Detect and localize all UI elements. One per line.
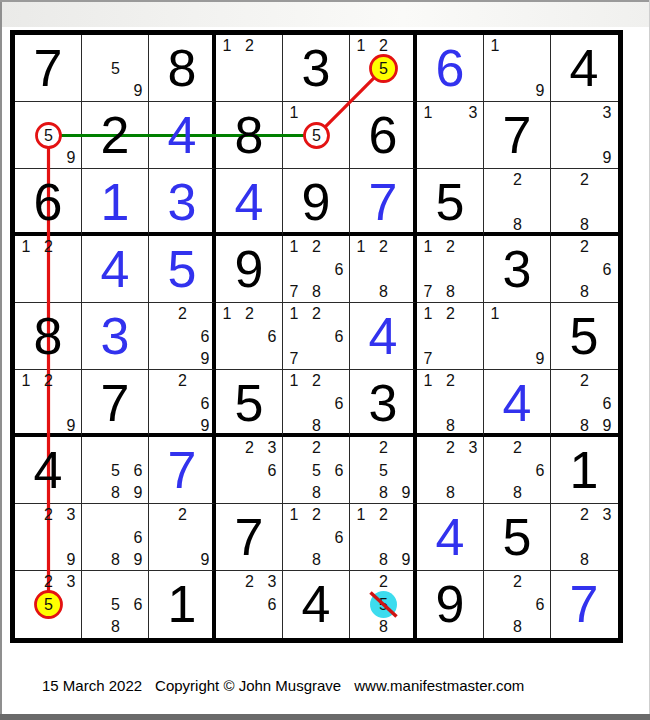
cell-r6c2[interactable]: 7 <box>82 370 149 437</box>
pencil-mark: 8 <box>373 281 395 303</box>
pencil-mark: 1 <box>350 504 372 526</box>
given-digit: 5 <box>216 370 282 437</box>
cell-r8c7[interactable]: 4 <box>417 504 484 571</box>
pencil-mark: 6 <box>328 259 350 281</box>
cell-r6c7[interactable]: 128 <box>417 370 484 437</box>
cell-r5c5[interactable]: 1267 <box>283 303 350 370</box>
sudoku-app: 7598123125619459248156137396134975282812… <box>0 0 650 720</box>
pencil-mark: 6 <box>194 393 216 415</box>
cell-r9c2[interactable]: 568 <box>82 571 149 638</box>
given-digit: 7 <box>216 504 282 571</box>
pencil-mark: 2 <box>373 504 395 526</box>
pencil-mark: 5 <box>105 460 127 482</box>
pencil-mark: 8 <box>306 482 328 504</box>
given-digit: 2 <box>82 102 148 169</box>
cell-r4c3[interactable]: 5 <box>149 236 216 303</box>
pencil-mark: 2 <box>172 303 194 325</box>
cell-r5c8[interactable]: 19 <box>484 303 551 370</box>
pencil-mark: 1 <box>283 504 305 526</box>
footer: 15 March 2022 Copyright © John Musgrave … <box>42 677 642 694</box>
pencil-mark: 5 <box>306 125 328 147</box>
pencil-mark: 6 <box>261 460 283 482</box>
given-digit: 4 <box>551 35 617 102</box>
cell-r3c4[interactable]: 4 <box>216 169 283 236</box>
pencil-mark: 1 <box>417 370 439 392</box>
pencil-mark: 2 <box>306 504 328 526</box>
pencil-mark: 9 <box>127 80 149 102</box>
cell-r6c4[interactable]: 5 <box>216 370 283 437</box>
cell-r3c1[interactable]: 6 <box>15 169 82 236</box>
pencil-mark: 2 <box>574 169 596 191</box>
cell-r2c7[interactable]: 13 <box>417 102 484 169</box>
pencil-mark: 8 <box>574 415 596 437</box>
cell-r7c6[interactable]: 2589 <box>350 437 417 504</box>
pencil-mark: 9 <box>529 80 551 102</box>
given-digit: 1 <box>551 437 617 504</box>
cell-r9c7[interactable]: 9 <box>417 571 484 638</box>
pencil-mark: 8 <box>306 281 328 303</box>
pencil-mark: 2 <box>574 370 596 392</box>
pencil-mark: 6 <box>194 326 216 348</box>
pencil-mark: 8 <box>440 281 462 303</box>
cell-r4c1[interactable]: 12 <box>15 236 82 303</box>
pencil-mark: 3 <box>462 437 484 459</box>
cell-r5c2[interactable]: 3 <box>82 303 149 370</box>
pencil-mark: 2 <box>507 571 529 593</box>
pencil-mark: 2 <box>373 571 395 593</box>
cell-r6c3[interactable]: 269 <box>149 370 216 437</box>
pencil-mark: 2 <box>574 236 596 258</box>
solved-digit: 5 <box>149 236 215 303</box>
pencil-mark: 9 <box>194 415 216 437</box>
pencil-mark: 2 <box>440 437 462 459</box>
given-digit: 9 <box>283 169 349 236</box>
pencil-mark: 2 <box>306 303 328 325</box>
cell-r1c5[interactable]: 3 <box>283 35 350 102</box>
pencil-mark: 2 <box>38 504 60 526</box>
pencil-mark: 2 <box>239 437 261 459</box>
solved-digit: 6 <box>417 35 483 102</box>
cell-r9c4[interactable]: 236 <box>216 571 283 638</box>
pencil-mark: 9 <box>194 549 216 571</box>
pencil-mark: 2 <box>172 370 194 392</box>
pencil-mark: 3 <box>261 437 283 459</box>
pencil-mark: 2 <box>373 35 395 57</box>
pencil-mark: 2 <box>239 571 261 593</box>
solved-digit: 4 <box>82 236 148 303</box>
pencil-mark: 2 <box>440 236 462 258</box>
pencil-mark: 2 <box>38 370 60 392</box>
pencil-mark: 1 <box>15 370 37 392</box>
cell-r4c9[interactable]: 268 <box>551 236 618 303</box>
pencil-mark: 8 <box>306 415 328 437</box>
solved-digit: 3 <box>149 169 215 236</box>
cell-r9c3[interactable]: 1 <box>149 571 216 638</box>
given-digit: 9 <box>216 236 282 303</box>
given-digit: 7 <box>15 35 81 102</box>
pencil-mark: 8 <box>105 616 127 638</box>
cell-r9c6[interactable]: 258 <box>350 571 417 638</box>
pencil-mark: 6 <box>529 460 551 482</box>
sudoku-grid: 7598123125619459248156137396134975282812… <box>10 30 623 643</box>
solved-digit: 1 <box>82 169 148 236</box>
given-digit: 3 <box>283 35 349 102</box>
pencil-mark: 3 <box>596 102 618 124</box>
solved-digit: 4 <box>149 102 215 169</box>
cell-r3c7[interactable]: 5 <box>417 169 484 236</box>
pencil-mark: 6 <box>328 527 350 549</box>
window-edge-left <box>0 0 2 720</box>
solved-digit: 4 <box>350 303 416 370</box>
pencil-mark: 2 <box>38 571 60 593</box>
cell-r1c7[interactable]: 6 <box>417 35 484 102</box>
cell-r3c2[interactable]: 1 <box>82 169 149 236</box>
pencil-mark: 8 <box>440 482 462 504</box>
cell-r7c2[interactable]: 5689 <box>82 437 149 504</box>
pencil-mark: 6 <box>127 527 149 549</box>
pencil-mark: 2 <box>440 303 462 325</box>
pencil-mark: 8 <box>507 482 529 504</box>
given-digit: 1 <box>149 571 215 638</box>
pencil-mark: 3 <box>60 571 82 593</box>
cell-r9c9[interactable]: 7 <box>551 571 618 638</box>
solved-digit: 7 <box>149 437 215 504</box>
given-digit: 9 <box>417 571 483 638</box>
window-edge-top <box>0 0 650 2</box>
given-digit: 8 <box>149 35 215 102</box>
given-digit: 5 <box>417 169 483 236</box>
pencil-mark: 2 <box>306 370 328 392</box>
cell-r1c1[interactable]: 7 <box>15 35 82 102</box>
solved-digit: 7 <box>551 571 617 638</box>
pencil-mark: 6 <box>328 460 350 482</box>
cell-r4c2[interactable]: 4 <box>82 236 149 303</box>
given-digit: 3 <box>350 370 416 437</box>
pencil-mark: 2 <box>306 437 328 459</box>
pencil-mark: 3 <box>60 504 82 526</box>
pencil-mark: 6 <box>596 259 618 281</box>
cell-r3c8[interactable]: 28 <box>484 169 551 236</box>
pencil-mark: 9 <box>395 482 417 504</box>
given-digit: 3 <box>484 236 550 303</box>
pencil-mark: 9 <box>395 549 417 571</box>
window-edge-bottom <box>0 714 650 720</box>
footer-website: www.manifestmaster.com <box>354 677 524 694</box>
cell-r5c9[interactable]: 5 <box>551 303 618 370</box>
pencil-mark: 8 <box>373 616 395 638</box>
pencil-mark: 2 <box>306 236 328 258</box>
pencil-mark: 8 <box>574 549 596 571</box>
solved-digit: 4 <box>484 370 550 437</box>
cell-r3c5[interactable]: 9 <box>283 169 350 236</box>
pencil-mark: 2 <box>507 169 529 191</box>
pencil-mark: 6 <box>596 393 618 415</box>
cell-r2c5[interactable]: 15 <box>283 102 350 169</box>
cell-r7c5[interactable]: 2568 <box>283 437 350 504</box>
pencil-mark: 5 <box>105 594 127 616</box>
cell-r3c6[interactable]: 7 <box>350 169 417 236</box>
pencil-mark: 2 <box>373 236 395 258</box>
cell-r1c9[interactable]: 4 <box>551 35 618 102</box>
pencil-mark: 9 <box>60 549 82 571</box>
pencil-mark: 2 <box>239 35 261 57</box>
cell-r3c3[interactable]: 3 <box>149 169 216 236</box>
cell-r4c5[interactable]: 12678 <box>283 236 350 303</box>
pencil-mark: 1 <box>216 35 238 57</box>
cell-r8c5[interactable]: 1268 <box>283 504 350 571</box>
pencil-mark: 9 <box>60 147 82 169</box>
cell-r7c4[interactable]: 236 <box>216 437 283 504</box>
pencil-mark: 7 <box>283 281 305 303</box>
pencil-mark: 8 <box>373 549 395 571</box>
pencil-mark: 3 <box>261 571 283 593</box>
cell-r5c1[interactable]: 8 <box>15 303 82 370</box>
given-digit: 5 <box>484 504 550 571</box>
pencil-mark: 7 <box>417 348 439 370</box>
pencil-mark: 9 <box>127 482 149 504</box>
pencil-mark: 6 <box>127 594 149 616</box>
cell-r2c9[interactable]: 39 <box>551 102 618 169</box>
cell-r8c9[interactable]: 238 <box>551 504 618 571</box>
pencil-mark: 9 <box>596 415 618 437</box>
pencil-mark: 1 <box>283 102 305 124</box>
pencil-mark: 1 <box>484 35 506 57</box>
cell-r4c8[interactable]: 3 <box>484 236 551 303</box>
pencil-mark: 1 <box>283 236 305 258</box>
pencil-mark: 5 <box>38 125 60 147</box>
pencil-mark: 8 <box>507 214 529 236</box>
title-bar <box>0 0 650 27</box>
pencil-mark: 8 <box>105 549 127 571</box>
pencil-mark: 6 <box>328 326 350 348</box>
cell-r2c2[interactable]: 2 <box>82 102 149 169</box>
cell-r4c7[interactable]: 1278 <box>417 236 484 303</box>
cell-r8c1[interactable]: 239 <box>15 504 82 571</box>
cell-r5c3[interactable]: 269 <box>149 303 216 370</box>
cell-r9c8[interactable]: 268 <box>484 571 551 638</box>
cell-r1c6[interactable]: 125 <box>350 35 417 102</box>
pencil-mark: 9 <box>596 147 618 169</box>
pencil-mark: 5 <box>38 594 60 616</box>
cell-r6c9[interactable]: 2689 <box>551 370 618 437</box>
pencil-mark: 2 <box>574 504 596 526</box>
solved-digit: 3 <box>82 303 148 370</box>
cell-r7c9[interactable]: 1 <box>551 437 618 504</box>
cell-r1c8[interactable]: 19 <box>484 35 551 102</box>
pencil-mark: 3 <box>596 504 618 526</box>
given-digit: 6 <box>350 102 416 169</box>
pencil-mark: 5 <box>306 460 328 482</box>
pencil-mark: 5 <box>373 58 395 80</box>
cell-r2c1[interactable]: 59 <box>15 102 82 169</box>
footer-copyright: Copyright © John Musgrave <box>155 677 341 694</box>
given-digit: 7 <box>484 102 550 169</box>
pencil-mark: 8 <box>105 482 127 504</box>
pencil-mark: 7 <box>417 281 439 303</box>
pencil-mark: 2 <box>440 370 462 392</box>
cell-r2c4[interactable]: 8 <box>216 102 283 169</box>
cell-r8c3[interactable]: 29 <box>149 504 216 571</box>
given-digit: 4 <box>15 437 81 504</box>
pencil-mark: 1 <box>417 236 439 258</box>
pencil-mark: 1 <box>283 370 305 392</box>
pencil-mark: 9 <box>529 348 551 370</box>
pencil-mark: 6 <box>261 594 283 616</box>
pencil-mark: 7 <box>283 348 305 370</box>
pencil-mark: 8 <box>306 549 328 571</box>
pencil-mark: 5 <box>105 58 127 80</box>
pencil-mark: 8 <box>373 482 395 504</box>
cell-r9c5[interactable]: 4 <box>283 571 350 638</box>
cell-r7c1[interactable]: 4 <box>15 437 82 504</box>
cell-r7c7[interactable]: 238 <box>417 437 484 504</box>
pencil-mark: 6 <box>127 460 149 482</box>
pencil-mark: 9 <box>60 415 82 437</box>
pencil-mark: 6 <box>328 393 350 415</box>
solved-digit: 4 <box>216 169 282 236</box>
cell-r9c1[interactable]: 235 <box>15 571 82 638</box>
pencil-mark: 2 <box>172 504 194 526</box>
cell-r5c6[interactable]: 4 <box>350 303 417 370</box>
cell-r6c6[interactable]: 3 <box>350 370 417 437</box>
given-digit: 6 <box>15 169 81 236</box>
cell-r5c4[interactable]: 126 <box>216 303 283 370</box>
pencil-mark: 2 <box>38 236 60 258</box>
cell-r2c8[interactable]: 7 <box>484 102 551 169</box>
pencil-mark: 9 <box>194 348 216 370</box>
pencil-mark: 2 <box>239 303 261 325</box>
given-digit: 8 <box>15 303 81 370</box>
cell-r2c3[interactable]: 4 <box>149 102 216 169</box>
solved-digit: 7 <box>350 169 416 236</box>
given-digit: 5 <box>551 303 617 370</box>
cell-r1c4[interactable]: 12 <box>216 35 283 102</box>
cell-r6c1[interactable]: 129 <box>15 370 82 437</box>
cell-r5c7[interactable]: 127 <box>417 303 484 370</box>
cell-r4c6[interactable]: 128 <box>350 236 417 303</box>
pencil-mark: 1 <box>417 102 439 124</box>
pencil-mark: 6 <box>529 594 551 616</box>
pencil-mark: 6 <box>261 326 283 348</box>
cell-r2c6[interactable]: 6 <box>350 102 417 169</box>
given-digit: 4 <box>283 571 349 638</box>
pencil-mark: 1 <box>350 236 372 258</box>
given-digit: 7 <box>82 370 148 437</box>
cell-r7c3[interactable]: 7 <box>149 437 216 504</box>
pencil-mark: 2 <box>373 437 395 459</box>
pencil-mark: 8 <box>574 214 596 236</box>
cell-r8c4[interactable]: 7 <box>216 504 283 571</box>
cell-r8c6[interactable]: 1289 <box>350 504 417 571</box>
cell-r1c3[interactable]: 8 <box>149 35 216 102</box>
pencil-mark: 1 <box>283 303 305 325</box>
pencil-mark: 1 <box>484 303 506 325</box>
cell-r4c4[interactable]: 9 <box>216 236 283 303</box>
cell-r3c9[interactable]: 28 <box>551 169 618 236</box>
pencil-mark: 1 <box>216 303 238 325</box>
cell-r8c2[interactable]: 689 <box>82 504 149 571</box>
cell-r6c5[interactable]: 1268 <box>283 370 350 437</box>
pencil-mark: 5 <box>373 594 395 616</box>
cell-r6c8[interactable]: 4 <box>484 370 551 437</box>
pencil-mark: 3 <box>462 102 484 124</box>
cell-r7c8[interactable]: 268 <box>484 437 551 504</box>
pencil-mark: 1 <box>417 303 439 325</box>
pencil-mark: 8 <box>507 616 529 638</box>
pencil-mark: 5 <box>373 460 395 482</box>
pencil-mark: 9 <box>127 549 149 571</box>
pencil-mark: 8 <box>574 281 596 303</box>
given-digit: 8 <box>216 102 282 169</box>
cell-r1c2[interactable]: 59 <box>82 35 149 102</box>
solved-digit: 4 <box>417 504 483 571</box>
footer-date: 15 March 2022 <box>42 677 142 694</box>
cell-r8c8[interactable]: 5 <box>484 504 551 571</box>
pencil-mark: 8 <box>440 415 462 437</box>
pencil-mark: 1 <box>15 236 37 258</box>
pencil-mark: 1 <box>350 35 372 57</box>
pencil-mark: 2 <box>507 437 529 459</box>
